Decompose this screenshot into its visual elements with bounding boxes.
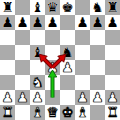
square-h6[interactable] [105,30,120,45]
piece-white-pawn-g2[interactable]: ♟ [91,90,103,105]
square-h3[interactable] [105,75,120,90]
piece-white-pawn-h2[interactable]: ♟ [106,90,118,105]
square-h2[interactable]: ♟ [105,90,120,105]
piece-black-pawn-g7[interactable]: ♟ [91,15,103,30]
piece-white-knight-c3[interactable]: ♞ [31,75,43,90]
square-a2[interactable]: ♟ [0,90,15,105]
piece-white-bishop-c1[interactable]: ♝ [31,105,43,120]
square-b5[interactable] [15,45,30,60]
square-f7[interactable]: ♟ [75,15,90,30]
piece-black-rook-h8[interactable]: ♜ [106,0,118,15]
piece-white-king-e1[interactable]: ♚ [61,105,73,120]
square-h5[interactable] [105,45,120,60]
square-g7[interactable]: ♟ [90,15,105,30]
square-h7[interactable]: ♟ [105,15,120,30]
square-f5[interactable] [75,45,90,60]
square-d7[interactable]: ♟ [45,15,60,30]
piece-black-rook-a8[interactable]: ♜ [1,0,13,15]
piece-white-rook-a1[interactable]: ♜ [1,105,13,120]
piece-black-king-e8[interactable]: ♚ [61,0,73,15]
square-b2[interactable]: ♟ [15,90,30,105]
square-d6[interactable] [45,30,60,45]
square-f4[interactable] [75,60,90,75]
square-b1[interactable] [15,105,30,120]
square-b3[interactable] [15,75,30,90]
square-c4[interactable] [30,60,45,75]
square-g6[interactable] [90,30,105,45]
square-e1[interactable]: ♚ [60,105,75,120]
square-e8[interactable]: ♚ [60,0,75,15]
square-c6[interactable] [30,30,45,45]
square-c3[interactable]: ♞ [30,75,45,90]
square-e4[interactable]: ♟ [60,60,75,75]
square-c1[interactable]: ♝ [30,105,45,120]
square-g1[interactable] [90,105,105,120]
square-e3[interactable] [60,75,75,90]
piece-white-pawn-e4[interactable]: ♟ [61,60,73,75]
piece-white-pawn-a2[interactable]: ♟ [1,90,13,105]
piece-white-pawn-b2[interactable]: ♟ [16,90,28,105]
piece-black-pawn-h7[interactable]: ♟ [106,15,118,30]
square-f3[interactable] [75,75,90,90]
piece-black-pawn-d7[interactable]: ♟ [46,15,58,30]
square-d3[interactable] [45,75,60,90]
square-d4[interactable]: ♟ [45,60,60,75]
square-b8[interactable] [15,0,30,15]
piece-white-pawn-c2[interactable]: ♟ [31,90,43,105]
piece-white-bishop-f1[interactable]: ♝ [76,105,88,120]
square-b7[interactable]: ♟ [15,15,30,30]
square-g3[interactable] [90,75,105,90]
piece-black-pawn-b7[interactable]: ♟ [16,15,28,30]
square-c5[interactable]: ♝ [30,45,45,60]
square-d8[interactable]: ♛ [45,0,60,15]
square-b4[interactable] [15,60,30,75]
square-f8[interactable] [75,0,90,15]
piece-white-pawn-d4[interactable]: ♟ [46,60,58,75]
chess-board: ♜♝♛♚♞♜♟♟♟♟♟♟♟♝♞♟♟♞♟♟♟♟♟♟♜♝♛♚♝♜ [0,0,120,120]
square-a8[interactable]: ♜ [0,0,15,15]
square-e6[interactable] [60,30,75,45]
piece-black-knight-e5[interactable]: ♞ [61,45,73,60]
square-f1[interactable]: ♝ [75,105,90,120]
square-c7[interactable]: ♟ [30,15,45,30]
square-a1[interactable]: ♜ [0,105,15,120]
piece-black-knight-g8[interactable]: ♞ [91,0,103,15]
square-g2[interactable]: ♟ [90,90,105,105]
square-c8[interactable]: ♝ [30,0,45,15]
square-e2[interactable] [60,90,75,105]
square-h1[interactable]: ♜ [105,105,120,120]
square-a5[interactable] [0,45,15,60]
piece-black-bishop-c5[interactable]: ♝ [31,45,43,60]
square-f6[interactable] [75,30,90,45]
square-e7[interactable] [60,15,75,30]
piece-black-bishop-c8[interactable]: ♝ [31,0,43,15]
square-a7[interactable]: ♟ [0,15,15,30]
square-d2[interactable] [45,90,60,105]
chess-app: ♜♝♛♚♞♜♟♟♟♟♟♟♟♝♞♟♟♞♟♟♟♟♟♟♜♝♛♚♝♜ [0,0,120,120]
square-g5[interactable] [90,45,105,60]
square-g8[interactable]: ♞ [90,0,105,15]
square-c2[interactable]: ♟ [30,90,45,105]
square-a3[interactable] [0,75,15,90]
square-h4[interactable] [105,60,120,75]
square-d1[interactable]: ♛ [45,105,60,120]
piece-black-pawn-c7[interactable]: ♟ [31,15,43,30]
square-e5[interactable]: ♞ [60,45,75,60]
piece-white-rook-h1[interactable]: ♜ [106,105,118,120]
square-b6[interactable] [15,30,30,45]
square-a6[interactable] [0,30,15,45]
square-h8[interactable]: ♜ [105,0,120,15]
square-a4[interactable] [0,60,15,75]
piece-black-pawn-a7[interactable]: ♟ [1,15,13,30]
piece-white-queen-d1[interactable]: ♛ [46,105,58,120]
square-d5[interactable] [45,45,60,60]
piece-black-queen-d8[interactable]: ♛ [46,0,58,15]
piece-black-pawn-f7[interactable]: ♟ [76,15,88,30]
square-f2[interactable]: ♟ [75,90,90,105]
square-g4[interactable] [90,60,105,75]
piece-white-pawn-f2[interactable]: ♟ [76,90,88,105]
